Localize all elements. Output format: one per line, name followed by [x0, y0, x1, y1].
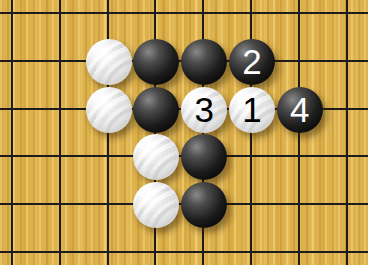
go-board[interactable]: 2314 [0, 0, 368, 265]
stone-black-move-2: 2 [229, 39, 275, 85]
stones-layer: 2314 [0, 0, 368, 265]
stone-white [133, 182, 179, 228]
move-number-label: 4 [290, 92, 309, 127]
stone-black [181, 39, 227, 85]
stone-white-move-3: 3 [181, 87, 227, 133]
stone-white-move-1: 1 [229, 87, 275, 133]
stone-white [86, 87, 132, 133]
stone-black [133, 39, 179, 85]
stone-black [181, 134, 227, 180]
move-number-label: 3 [194, 92, 213, 127]
stone-black [181, 182, 227, 228]
stone-black [133, 87, 179, 133]
move-number-label: 1 [242, 92, 261, 127]
stone-white [133, 134, 179, 180]
move-number-label: 2 [242, 44, 261, 79]
stone-white [86, 39, 132, 85]
stone-black-move-4: 4 [277, 87, 323, 133]
